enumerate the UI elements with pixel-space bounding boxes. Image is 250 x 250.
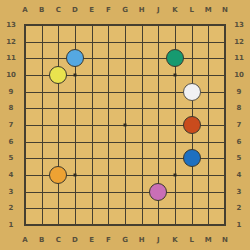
column-label-top: K [172,7,177,14]
row-label-left: 7 [9,122,14,129]
column-label-top: B [39,7,44,14]
go-board-screen: AABBCCDDEEFFGGHHJJKKLLMMNN13131212111110… [0,0,250,250]
stone-pink-j3[interactable] [149,183,167,201]
grid-vertical-line [224,24,226,226]
column-label-top: J [157,7,160,14]
row-label-left: 10 [6,72,16,79]
column-label-bottom: M [205,237,212,244]
grid-horizontal-line [24,192,226,193]
row-label-right: 6 [237,138,242,145]
column-label-top: F [106,7,111,14]
row-label-left: 1 [9,222,14,229]
column-label-top: D [72,7,78,14]
row-label-left: 5 [9,155,14,162]
stone-white-l9[interactable] [183,83,201,101]
column-label-top: H [139,7,145,14]
row-label-left: 2 [9,205,14,212]
column-label-bottom: A [22,237,27,244]
column-label-top: A [22,7,27,14]
stone-blue-l5[interactable] [183,149,201,167]
row-label-left: 8 [9,105,14,112]
row-label-right: 1 [237,222,242,229]
column-label-bottom: C [56,237,61,244]
column-label-bottom: N [222,237,228,244]
row-label-right: 2 [237,205,242,212]
row-label-left: 12 [6,38,16,45]
row-label-right: 13 [234,22,244,29]
row-label-right: 4 [237,172,242,179]
column-label-bottom: F [106,237,111,244]
row-label-left: 9 [9,88,14,95]
column-label-bottom: D [72,237,78,244]
column-label-top: C [56,7,61,14]
star-point-k10 [174,74,177,77]
stone-red-l7[interactable] [183,116,201,134]
row-label-left: 13 [6,22,16,29]
star-point-d4 [74,174,77,177]
grid-vertical-line [208,24,209,226]
stone-green-k11[interactable] [166,49,184,67]
column-label-bottom: J [157,237,160,244]
grid-vertical-line [142,24,143,226]
grid-horizontal-line [24,208,226,209]
stone-orange-c4[interactable] [49,166,67,184]
column-label-bottom: E [89,237,94,244]
column-label-bottom: H [139,237,145,244]
column-label-top: N [222,7,228,14]
column-label-bottom: K [172,237,177,244]
column-label-top: G [122,7,128,14]
grid-horizontal-line [24,142,226,143]
row-label-right: 11 [234,55,244,62]
stone-yellow-c10[interactable] [49,66,67,84]
star-point-k4 [174,174,177,177]
column-label-top: E [89,7,94,14]
column-label-bottom: G [122,237,128,244]
stone-light-blue-d11[interactable] [66,49,84,67]
column-label-bottom: B [39,237,44,244]
star-point-g7 [124,124,127,127]
column-label-top: M [205,7,212,14]
row-label-right: 12 [234,38,244,45]
row-label-right: 3 [237,188,242,195]
row-label-right: 10 [234,72,244,79]
grid-horizontal-line [24,224,226,226]
row-label-left: 3 [9,188,14,195]
row-label-right: 9 [237,88,242,95]
row-label-right: 5 [237,155,242,162]
row-label-left: 11 [6,55,16,62]
row-label-right: 8 [237,105,242,112]
row-label-left: 4 [9,172,14,179]
column-label-bottom: L [189,237,193,244]
column-label-top: L [189,7,193,14]
star-point-d10 [74,74,77,77]
row-label-left: 6 [9,138,14,145]
row-label-right: 7 [237,122,242,129]
